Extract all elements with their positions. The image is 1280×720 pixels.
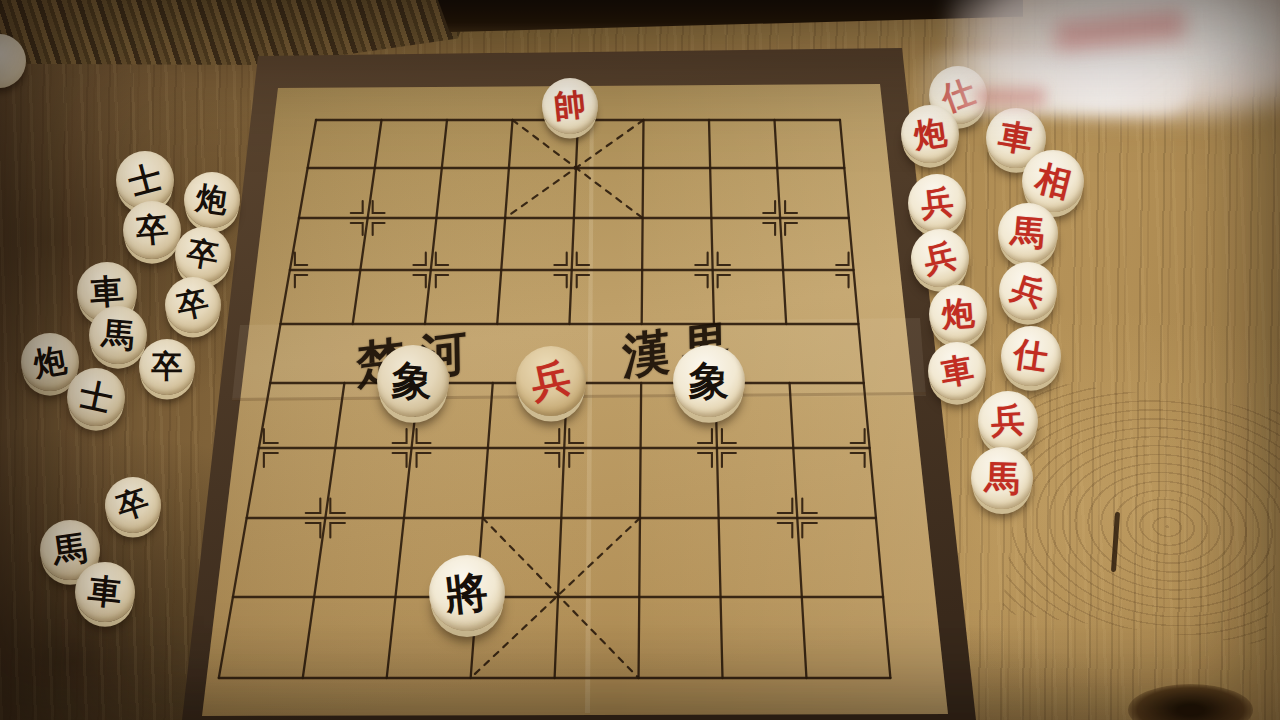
captured-red-horse-1[interactable]: 馬 — [998, 203, 1058, 263]
board-piece-black-elephant-right[interactable]: 象 — [673, 345, 745, 417]
captured-red-chariot-2[interactable]: 車 — [928, 342, 986, 400]
piece-character: 馬 — [100, 317, 135, 352]
piece-character: 炮 — [31, 343, 69, 381]
piece-character: 士 — [77, 378, 116, 417]
captured-black-advisor-2[interactable]: 士 — [67, 368, 125, 426]
piece-character: 炮 — [194, 182, 229, 217]
piece-character: 馬 — [51, 531, 89, 569]
piece-character: 將 — [443, 570, 490, 617]
captured-black-soldier-5[interactable]: 卒 — [105, 477, 161, 533]
piece-character: 仕 — [1012, 337, 1050, 375]
captured-black-soldier-4[interactable]: 卒 — [139, 339, 195, 395]
piece-character: 帥 — [553, 89, 587, 123]
captured-red-soldier-4[interactable]: 兵 — [978, 391, 1038, 451]
piece-character: 炮 — [912, 116, 949, 153]
piece-character: 卒 — [113, 485, 153, 525]
board-piece-red-soldier[interactable]: 兵 — [516, 346, 586, 416]
piece-character: 車 — [89, 274, 125, 310]
piece-character: 車 — [997, 119, 1036, 158]
piece-character: 卒 — [134, 212, 169, 247]
board-piece-red-general[interactable]: 帥 — [542, 78, 598, 134]
piece-character: 卒 — [185, 237, 221, 273]
piece-character: 兵 — [919, 185, 955, 221]
piece-character: 炮 — [941, 297, 976, 332]
captured-black-cannon-1[interactable]: 炮 — [184, 172, 240, 228]
board-piece-black-elephant-left[interactable]: 象 — [377, 345, 449, 417]
piece-character: 兵 — [1008, 271, 1049, 312]
piece-character: 兵 — [990, 403, 1025, 438]
captured-red-cannon-2[interactable]: 炮 — [929, 285, 987, 343]
piece-character: 車 — [938, 352, 976, 390]
motion-blur-red-smear-2 — [975, 88, 1045, 106]
piece-character: 兵 — [921, 239, 960, 278]
captured-black-soldier-3[interactable]: 卒 — [165, 277, 221, 333]
motion-blur-streak — [912, 52, 1192, 114]
captured-red-soldier-3[interactable]: 兵 — [999, 262, 1057, 320]
piece-character: 馬 — [1010, 215, 1046, 251]
captured-red-advisor-2[interactable]: 仕 — [1001, 326, 1061, 386]
table-scene: 楚河 漢界 帥象兵象將士炮卒卒車卒馬炮卒士卒馬車仕炮車相兵馬兵兵炮仕車兵馬 — [0, 0, 1280, 720]
board-piece-black-general[interactable]: 將 — [429, 555, 505, 631]
captured-black-soldier-2[interactable]: 卒 — [175, 227, 231, 283]
captured-black-chariot-2[interactable]: 車 — [75, 562, 135, 622]
captured-black-horse-1[interactable]: 馬 — [89, 306, 147, 364]
piece-character: 兵 — [528, 358, 574, 404]
piece-character: 象 — [391, 359, 434, 402]
piece-character: 相 — [1032, 160, 1074, 202]
piece-character: 車 — [87, 574, 124, 611]
piece-character: 卒 — [174, 286, 211, 323]
captured-red-soldier-1[interactable]: 兵 — [908, 174, 966, 232]
piece-character: 馬 — [984, 460, 1020, 496]
piece-character: 象 — [689, 360, 731, 402]
captured-black-soldier-1[interactable]: 卒 — [123, 201, 181, 259]
piece-character: 卒 — [151, 351, 182, 382]
captured-red-horse-2[interactable]: 馬 — [971, 447, 1033, 509]
captured-red-soldier-2[interactable]: 兵 — [911, 229, 969, 287]
piece-character: 士 — [125, 160, 165, 200]
captured-black-advisor-1[interactable]: 士 — [116, 151, 174, 209]
